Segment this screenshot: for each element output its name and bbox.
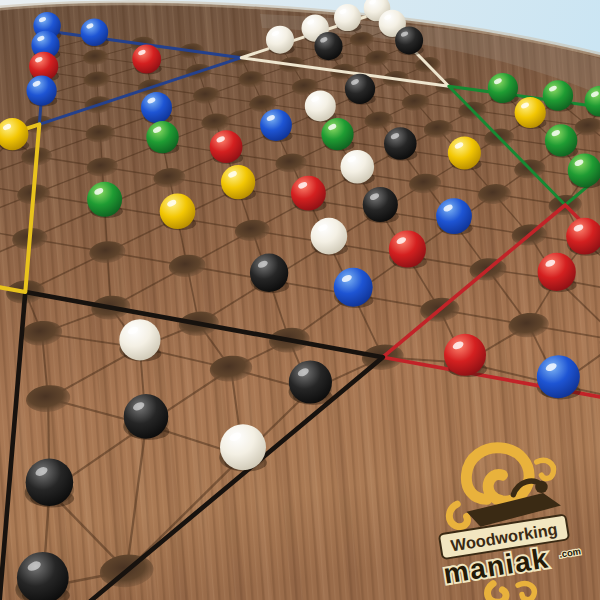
marble-sphere — [363, 187, 398, 222]
marble-sphere — [545, 124, 577, 156]
marble-sphere — [334, 268, 373, 307]
marble-sphere — [568, 154, 600, 188]
screenshot: Woodworking maniak .com — [0, 0, 600, 600]
marble-sphere — [119, 319, 160, 360]
marble-sphere — [436, 198, 472, 234]
marble-sphere — [132, 45, 161, 74]
marble-sphere — [537, 355, 580, 398]
marble-sphere — [305, 90, 336, 121]
logo-hand-plane-knob — [535, 481, 547, 493]
marble-sphere — [341, 150, 375, 184]
marble-sphere — [220, 424, 266, 470]
marble-sphere — [81, 19, 109, 47]
marble-sphere — [321, 118, 353, 150]
marble-sphere — [314, 32, 342, 60]
marble-sphere — [311, 218, 348, 255]
marble-sphere — [266, 26, 294, 54]
marble-sphere — [488, 73, 518, 103]
marble-sphere — [515, 97, 546, 128]
marble-sphere — [345, 74, 375, 104]
marble-sphere — [26, 76, 56, 106]
marble-sphere — [124, 394, 169, 439]
marble-sphere — [395, 26, 423, 54]
marble-sphere — [543, 80, 573, 110]
marble-green[interactable] — [568, 154, 600, 189]
marble-sphere — [250, 254, 288, 292]
marble-sphere — [289, 360, 332, 403]
marble-sphere — [538, 253, 576, 291]
chinese-checkers-board: Woodworking maniak .com — [0, 0, 600, 600]
marble-sphere — [146, 121, 178, 153]
marble-sphere — [384, 127, 417, 160]
marble-sphere — [26, 458, 74, 506]
marble-sphere — [291, 176, 326, 211]
marble-sphere — [160, 194, 196, 230]
marble-sphere — [141, 92, 172, 123]
marble-sphere — [87, 182, 122, 217]
marble-sphere — [444, 334, 486, 376]
marble-sphere — [210, 130, 243, 163]
marble-sphere — [334, 4, 361, 31]
marble-sphere — [448, 136, 481, 169]
marble-sphere — [221, 165, 255, 199]
marble-sphere — [260, 109, 292, 141]
marble-sphere — [389, 230, 426, 267]
